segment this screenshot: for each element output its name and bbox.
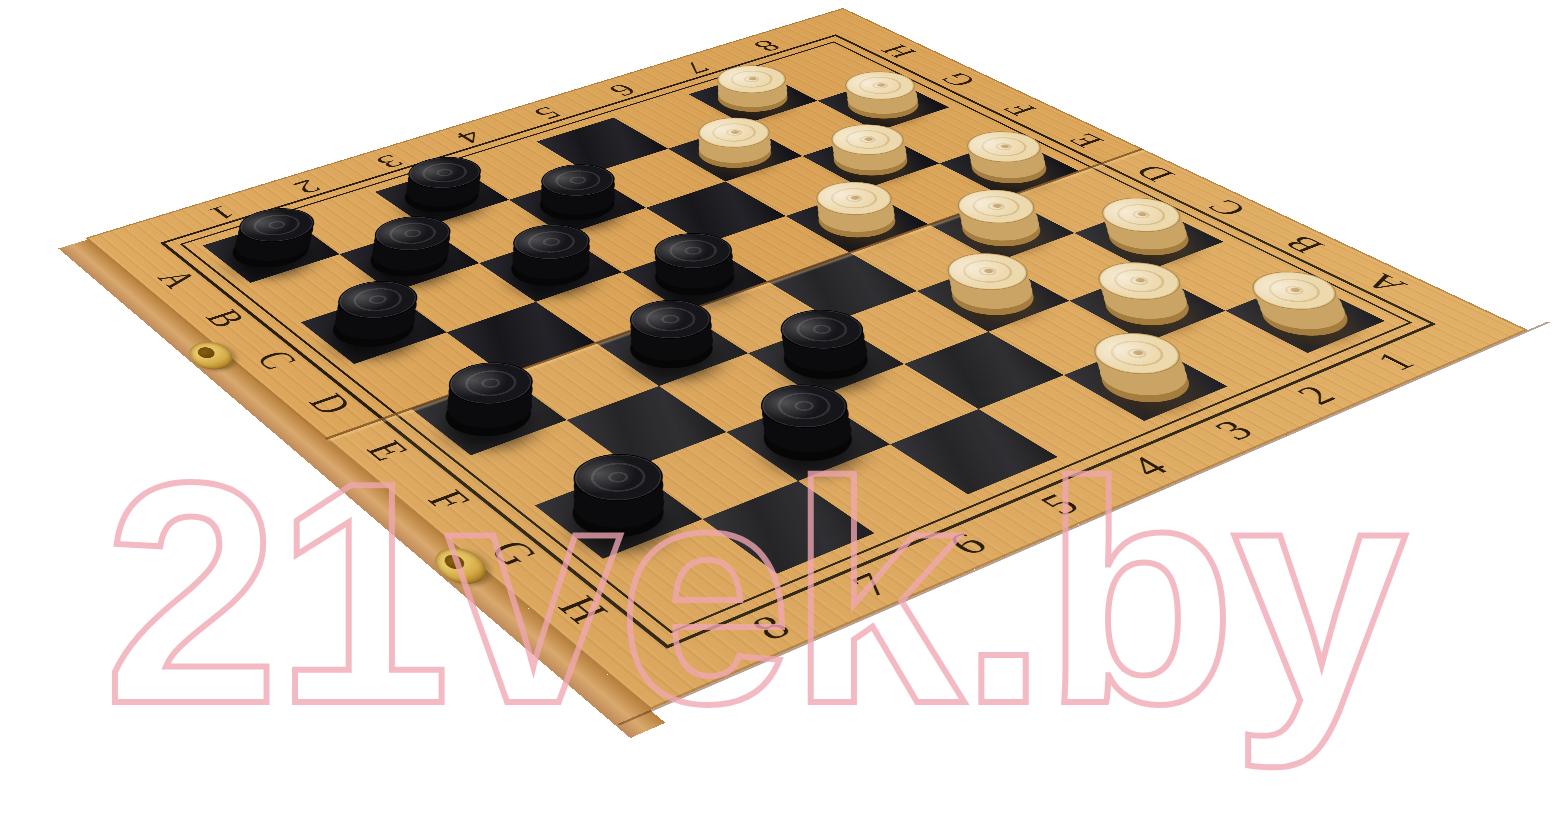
label-right-H: H bbox=[868, 39, 930, 63]
scene: 18AH27BG36CF45DE54ED63FC72GB81HA 21vek.b… bbox=[0, 0, 1552, 822]
label-top-2: 2 bbox=[275, 173, 339, 202]
label-right-B: B bbox=[1267, 229, 1341, 261]
label-top-4: 4 bbox=[438, 124, 501, 151]
label-right-G: G bbox=[926, 67, 990, 92]
label-left-A: A bbox=[144, 263, 211, 296]
label-top-5: 5 bbox=[516, 100, 578, 126]
label-right-A: A bbox=[1346, 266, 1423, 300]
checkers-board: 18AH27BG36CF45DE54ED63FC72GB81HA bbox=[85, 8, 1528, 710]
label-left-F: F bbox=[409, 479, 489, 522]
label-left-B: B bbox=[191, 301, 261, 335]
label-top-8: 8 bbox=[737, 34, 798, 58]
label-left-E: E bbox=[350, 430, 427, 471]
label-right-E: E bbox=[1052, 127, 1119, 155]
label-left-H: H bbox=[540, 585, 626, 634]
label-right-D: D bbox=[1120, 159, 1190, 188]
label-right-F: F bbox=[988, 96, 1053, 122]
label-left-C: C bbox=[241, 342, 313, 378]
label-top-6: 6 bbox=[592, 77, 654, 102]
label-left-D: D bbox=[294, 385, 368, 424]
label-right-C: C bbox=[1191, 193, 1263, 224]
